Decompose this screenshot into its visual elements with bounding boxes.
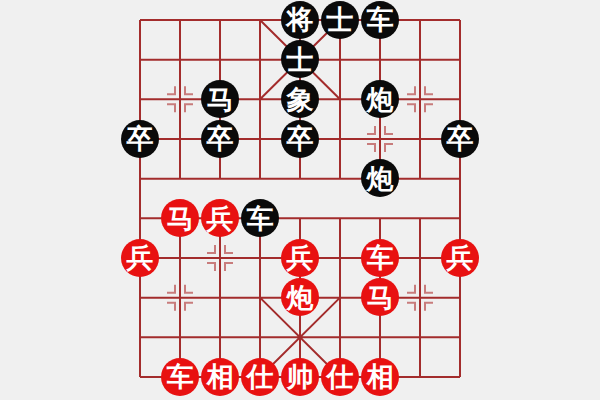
piece-red-soldier[interactable]: 兵 [121,239,159,277]
piece-black-chariot[interactable]: 车 [241,199,279,237]
piece-black-general[interactable]: 将 [281,1,319,39]
piece-red-cannon[interactable]: 炮 [281,278,319,316]
piece-red-advisor[interactable]: 仕 [321,358,359,396]
piece-black-soldier[interactable]: 卒 [281,120,319,158]
piece-black-soldier[interactable]: 卒 [441,120,479,158]
piece-black-advisor[interactable]: 士 [321,1,359,39]
piece-red-general[interactable]: 帅 [281,358,319,396]
piece-red-horse[interactable]: 马 [361,278,399,316]
piece-black-cannon[interactable]: 炮 [361,159,399,197]
piece-red-soldier[interactable]: 兵 [441,239,479,277]
piece-black-advisor[interactable]: 士 [281,40,319,78]
piece-red-soldier[interactable]: 兵 [281,239,319,277]
piece-black-horse[interactable]: 马 [201,80,239,118]
piece-black-elephant[interactable]: 象 [281,80,319,118]
pieces-layer: 将士车士马象炮卒卒卒卒炮马兵车兵兵车兵炮马车相仕帅仕相 [120,0,480,397]
piece-red-soldier[interactable]: 兵 [201,199,239,237]
piece-black-soldier[interactable]: 卒 [121,120,159,158]
piece-black-cannon[interactable]: 炮 [361,80,399,118]
piece-red-elephant[interactable]: 相 [361,358,399,396]
piece-black-soldier[interactable]: 卒 [201,120,239,158]
piece-red-horse[interactable]: 马 [161,199,199,237]
piece-red-chariot[interactable]: 车 [161,358,199,396]
piece-black-chariot[interactable]: 车 [361,1,399,39]
xiangqi-board: 将士车士马象炮卒卒卒卒炮马兵车兵兵车兵炮马车相仕帅仕相 [0,0,600,400]
piece-red-advisor[interactable]: 仕 [241,358,279,396]
piece-red-elephant[interactable]: 相 [201,358,239,396]
piece-red-chariot[interactable]: 车 [361,239,399,277]
